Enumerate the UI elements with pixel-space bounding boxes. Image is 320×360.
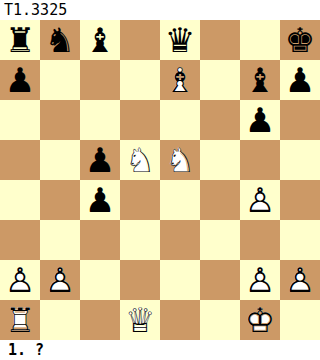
square-b5[interactable]	[40, 140, 80, 180]
piece-white-pawn: ♟♙	[40, 260, 80, 300]
square-a3[interactable]	[0, 220, 40, 260]
square-c6[interactable]	[80, 100, 120, 140]
square-a2[interactable]: ♟♙	[0, 260, 40, 300]
square-h4[interactable]	[280, 180, 320, 220]
piece-black-rook: ♜	[0, 20, 40, 60]
piece-black-bishop: ♝	[240, 60, 280, 100]
piece-black-bishop: ♝	[80, 20, 120, 60]
square-g1[interactable]: ♚♔	[240, 300, 280, 340]
square-b8[interactable]: ♞	[40, 20, 80, 60]
piece-black-pawn: ♟	[240, 100, 280, 140]
square-f4[interactable]	[200, 180, 240, 220]
square-e2[interactable]	[160, 260, 200, 300]
square-b4[interactable]	[40, 180, 80, 220]
square-d2[interactable]	[120, 260, 160, 300]
square-h5[interactable]	[280, 140, 320, 180]
square-f2[interactable]	[200, 260, 240, 300]
square-c3[interactable]	[80, 220, 120, 260]
square-c5[interactable]: ♟	[80, 140, 120, 180]
square-d1[interactable]: ♛♕	[120, 300, 160, 340]
square-e6[interactable]	[160, 100, 200, 140]
piece-black-pawn: ♟	[80, 140, 120, 180]
square-d3[interactable]	[120, 220, 160, 260]
square-f8[interactable]	[200, 20, 240, 60]
piece-black-knight: ♞	[40, 20, 80, 60]
square-d8[interactable]	[120, 20, 160, 60]
piece-white-pawn: ♟♙	[240, 260, 280, 300]
piece-white-queen: ♛♕	[120, 300, 160, 340]
square-a7[interactable]: ♟	[0, 60, 40, 100]
square-c2[interactable]	[80, 260, 120, 300]
square-h7[interactable]: ♟	[280, 60, 320, 100]
square-b2[interactable]: ♟♙	[40, 260, 80, 300]
piece-black-pawn: ♟	[80, 180, 120, 220]
square-f7[interactable]	[200, 60, 240, 100]
square-c7[interactable]	[80, 60, 120, 100]
piece-black-king: ♚	[280, 20, 320, 60]
square-f6[interactable]	[200, 100, 240, 140]
square-a4[interactable]	[0, 180, 40, 220]
square-e4[interactable]	[160, 180, 200, 220]
piece-black-pawn: ♟	[280, 60, 320, 100]
square-h2[interactable]: ♟♙	[280, 260, 320, 300]
square-a6[interactable]	[0, 100, 40, 140]
piece-white-rook: ♜♖	[0, 300, 40, 340]
piece-black-queen: ♛	[160, 20, 200, 60]
square-g8[interactable]	[240, 20, 280, 60]
square-b6[interactable]	[40, 100, 80, 140]
square-h8[interactable]: ♚	[280, 20, 320, 60]
chess-board: ♜♞♝♛♚♟♝♗♝♟♟♟♞♘♞♘♟♟♙♟♙♟♙♟♙♟♙♜♖♛♕♚♔	[0, 20, 320, 340]
square-g4[interactable]: ♟♙	[240, 180, 280, 220]
square-b1[interactable]	[40, 300, 80, 340]
square-e1[interactable]	[160, 300, 200, 340]
square-b3[interactable]	[40, 220, 80, 260]
square-d6[interactable]	[120, 100, 160, 140]
piece-white-knight: ♞♘	[160, 140, 200, 180]
square-d7[interactable]	[120, 60, 160, 100]
square-f1[interactable]	[200, 300, 240, 340]
puzzle-id: T1.3325	[0, 0, 320, 20]
square-g2[interactable]: ♟♙	[240, 260, 280, 300]
square-e5[interactable]: ♞♘	[160, 140, 200, 180]
square-g3[interactable]	[240, 220, 280, 260]
square-b7[interactable]	[40, 60, 80, 100]
square-h3[interactable]	[280, 220, 320, 260]
square-a1[interactable]: ♜♖	[0, 300, 40, 340]
square-e8[interactable]: ♛	[160, 20, 200, 60]
square-a5[interactable]	[0, 140, 40, 180]
square-d5[interactable]: ♞♘	[120, 140, 160, 180]
piece-white-pawn: ♟♙	[0, 260, 40, 300]
move-prompt: 1. ?	[0, 340, 320, 360]
square-a8[interactable]: ♜	[0, 20, 40, 60]
piece-white-bishop: ♝♗	[160, 60, 200, 100]
piece-white-pawn: ♟♙	[280, 260, 320, 300]
square-g5[interactable]	[240, 140, 280, 180]
square-g6[interactable]: ♟	[240, 100, 280, 140]
square-d4[interactable]	[120, 180, 160, 220]
square-h1[interactable]	[280, 300, 320, 340]
piece-white-king: ♚♔	[240, 300, 280, 340]
square-c1[interactable]	[80, 300, 120, 340]
square-c8[interactable]: ♝	[80, 20, 120, 60]
square-f5[interactable]	[200, 140, 240, 180]
piece-white-pawn: ♟♙	[240, 180, 280, 220]
square-f3[interactable]	[200, 220, 240, 260]
piece-white-knight: ♞♘	[120, 140, 160, 180]
piece-black-pawn: ♟	[0, 60, 40, 100]
square-e7[interactable]: ♝♗	[160, 60, 200, 100]
square-h6[interactable]	[280, 100, 320, 140]
square-e3[interactable]	[160, 220, 200, 260]
square-g7[interactable]: ♝	[240, 60, 280, 100]
square-c4[interactable]: ♟	[80, 180, 120, 220]
